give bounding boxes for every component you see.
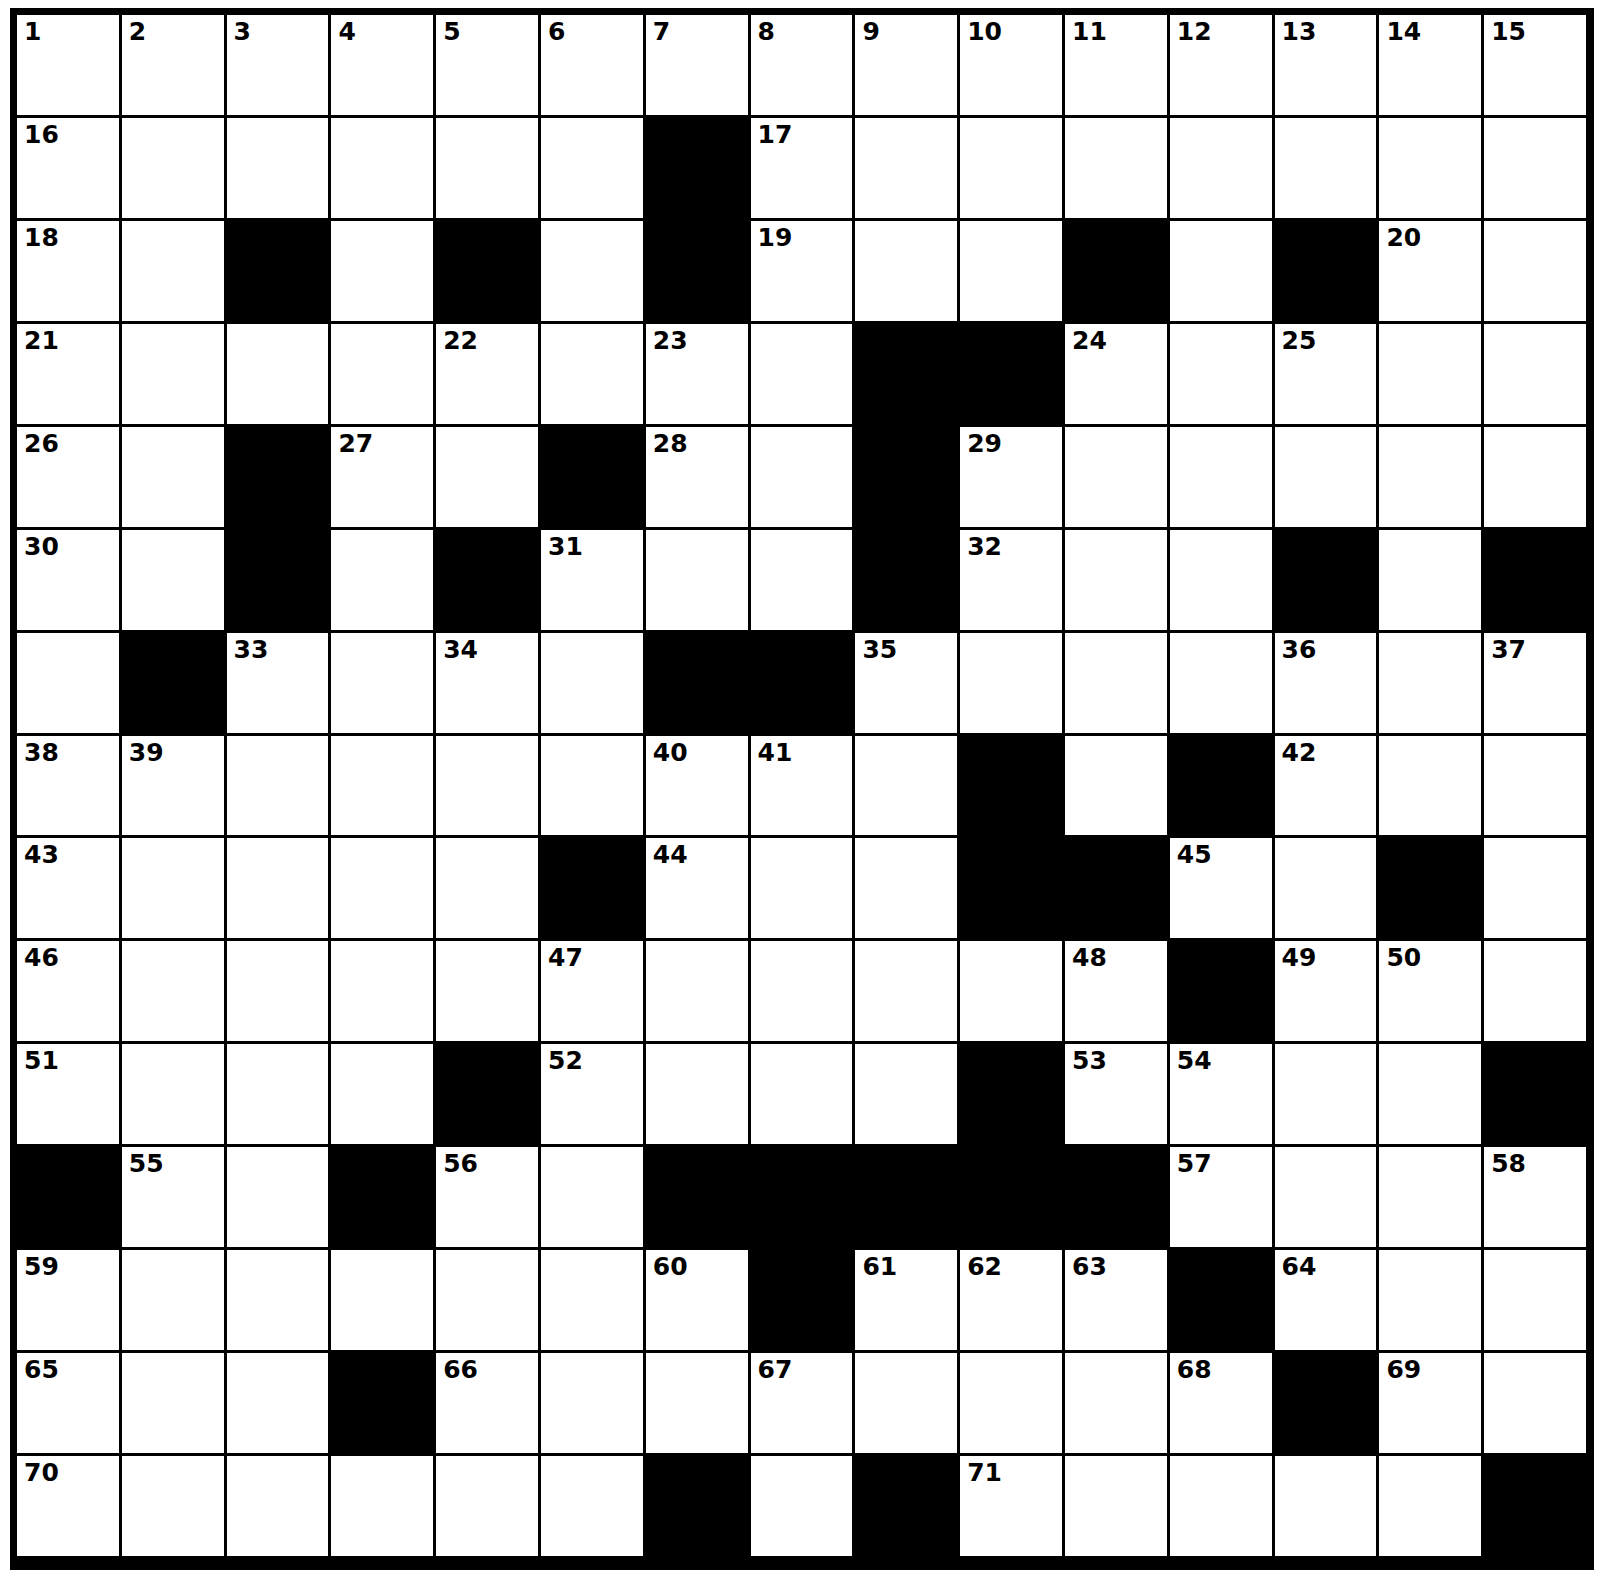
white-cell-r6c10[interactable]: 32 [960, 530, 1062, 630]
white-cell-r4c6[interactable] [541, 324, 643, 424]
white-cell-r14c6[interactable] [541, 1353, 643, 1453]
clue-number-14: 14 [1386, 19, 1421, 44]
white-cell-r11c13[interactable] [1275, 1044, 1377, 1144]
black-cell-r7c7 [646, 633, 748, 733]
white-cell-r6c4[interactable] [331, 530, 433, 630]
white-cell-r7c4[interactable] [331, 633, 433, 733]
clue-number-64: 64 [1282, 1254, 1317, 1279]
white-cell-r12c15[interactable]: 58 [1484, 1147, 1586, 1247]
white-cell-r10c5[interactable] [436, 941, 538, 1041]
white-cell-r7c14[interactable] [1379, 633, 1481, 733]
black-cell-r5c3 [227, 427, 329, 527]
white-cell-r9c4[interactable] [331, 838, 433, 938]
white-cell-r15c13[interactable] [1275, 1456, 1377, 1556]
clue-number-49: 49 [1282, 945, 1317, 970]
white-cell-r11c11[interactable]: 53 [1065, 1044, 1167, 1144]
white-cell-r8c7[interactable]: 40 [646, 736, 748, 836]
white-cell-r13c13[interactable]: 64 [1275, 1250, 1377, 1350]
clue-number-1: 1 [24, 19, 41, 44]
white-cell-r6c6[interactable]: 31 [541, 530, 643, 630]
white-cell-r14c1[interactable]: 65 [17, 1353, 119, 1453]
clue-number-3: 3 [234, 19, 251, 44]
clue-number-48: 48 [1072, 945, 1107, 970]
white-cell-r14c15[interactable] [1484, 1353, 1586, 1453]
white-cell-r7c13[interactable]: 36 [1275, 633, 1377, 733]
white-cell-r2c3[interactable] [227, 118, 329, 218]
white-cell-r11c4[interactable] [331, 1044, 433, 1144]
white-cell-r5c2[interactable] [122, 427, 224, 527]
white-cell-r7c9[interactable]: 35 [855, 633, 957, 733]
clue-number-34: 34 [443, 637, 478, 662]
white-cell-r11c12[interactable]: 54 [1170, 1044, 1272, 1144]
black-cell-r6c3 [227, 530, 329, 630]
white-cell-r2c14[interactable] [1379, 118, 1481, 218]
black-cell-r7c2 [122, 633, 224, 733]
black-cell-r9c6 [541, 838, 643, 938]
black-cell-r4c9 [855, 324, 957, 424]
white-cell-r13c6[interactable] [541, 1250, 643, 1350]
white-cell-r14c12[interactable]: 68 [1170, 1353, 1272, 1453]
white-cell-r2c2[interactable] [122, 118, 224, 218]
white-cell-r10c13[interactable]: 49 [1275, 941, 1377, 1041]
white-cell-r5c15[interactable] [1484, 427, 1586, 527]
clue-number-17: 17 [758, 122, 793, 147]
white-cell-r15c10[interactable]: 71 [960, 1456, 1062, 1556]
clue-number-42: 42 [1282, 740, 1317, 765]
white-cell-r5c10[interactable]: 29 [960, 427, 1062, 527]
white-cell-r4c3[interactable] [227, 324, 329, 424]
white-cell-r10c1[interactable]: 46 [17, 941, 119, 1041]
clue-number-22: 22 [443, 328, 478, 353]
clue-number-26: 26 [24, 431, 59, 456]
white-cell-r11c6[interactable]: 52 [541, 1044, 643, 1144]
white-cell-r5c4[interactable]: 27 [331, 427, 433, 527]
white-cell-r3c6[interactable] [541, 221, 643, 321]
white-cell-r4c1[interactable]: 21 [17, 324, 119, 424]
white-cell-r11c14[interactable] [1379, 1044, 1481, 1144]
clue-number-41: 41 [758, 740, 793, 765]
white-cell-r8c2[interactable]: 39 [122, 736, 224, 836]
clue-number-29: 29 [967, 431, 1002, 456]
white-cell-r1c1[interactable]: 1 [17, 15, 119, 115]
white-cell-r2c11[interactable] [1065, 118, 1167, 218]
black-cell-r11c5 [436, 1044, 538, 1144]
white-cell-r15c1[interactable]: 70 [17, 1456, 119, 1556]
black-cell-r12c11 [1065, 1147, 1167, 1247]
white-cell-r11c2[interactable] [122, 1044, 224, 1144]
black-cell-r15c15 [1484, 1456, 1586, 1556]
white-cell-r9c12[interactable]: 45 [1170, 838, 1272, 938]
clue-number-15: 15 [1491, 19, 1526, 44]
white-cell-r1c6[interactable]: 6 [541, 15, 643, 115]
clue-number-9: 9 [862, 19, 879, 44]
white-cell-r9c15[interactable] [1484, 838, 1586, 938]
white-cell-r11c9[interactable] [855, 1044, 957, 1144]
clue-number-31: 31 [548, 534, 583, 559]
clue-number-69: 69 [1386, 1357, 1421, 1382]
black-cell-r9c10 [960, 838, 1062, 938]
white-cell-r10c14[interactable]: 50 [1379, 941, 1481, 1041]
white-cell-r3c10[interactable] [960, 221, 1062, 321]
clue-number-36: 36 [1282, 637, 1317, 662]
white-cell-r3c15[interactable] [1484, 221, 1586, 321]
black-cell-r7c8 [751, 633, 853, 733]
clue-number-27: 27 [338, 431, 373, 456]
clue-number-50: 50 [1386, 945, 1421, 970]
clue-number-60: 60 [653, 1254, 688, 1279]
white-cell-r11c7[interactable] [646, 1044, 748, 1144]
white-cell-r13c15[interactable] [1484, 1250, 1586, 1350]
black-cell-r6c15 [1484, 530, 1586, 630]
white-cell-r9c3[interactable] [227, 838, 329, 938]
clue-number-6: 6 [548, 19, 565, 44]
white-cell-r15c5[interactable] [436, 1456, 538, 1556]
white-cell-r6c14[interactable] [1379, 530, 1481, 630]
white-cell-r14c11[interactable] [1065, 1353, 1167, 1453]
white-cell-r10c10[interactable] [960, 941, 1062, 1041]
white-cell-r7c11[interactable] [1065, 633, 1167, 733]
white-cell-r1c3[interactable]: 3 [227, 15, 329, 115]
white-cell-r2c8[interactable]: 17 [751, 118, 853, 218]
clue-number-12: 12 [1177, 19, 1212, 44]
clue-number-56: 56 [443, 1151, 478, 1176]
white-cell-r3c8[interactable]: 19 [751, 221, 853, 321]
white-cell-r12c13[interactable] [1275, 1147, 1377, 1247]
white-cell-r1c14[interactable]: 14 [1379, 15, 1481, 115]
white-cell-r7c6[interactable] [541, 633, 643, 733]
white-cell-r9c8[interactable] [751, 838, 853, 938]
white-cell-r2c12[interactable] [1170, 118, 1272, 218]
clue-number-45: 45 [1177, 842, 1212, 867]
black-cell-r10c12 [1170, 941, 1272, 1041]
clue-number-13: 13 [1282, 19, 1317, 44]
white-cell-r4c5[interactable]: 22 [436, 324, 538, 424]
white-cell-r9c9[interactable] [855, 838, 957, 938]
black-cell-r5c9 [855, 427, 957, 527]
white-cell-r7c10[interactable] [960, 633, 1062, 733]
clue-number-66: 66 [443, 1357, 478, 1382]
white-cell-r4c15[interactable] [1484, 324, 1586, 424]
white-cell-r9c7[interactable]: 44 [646, 838, 748, 938]
white-cell-r15c14[interactable] [1379, 1456, 1481, 1556]
black-cell-r12c8 [751, 1147, 853, 1247]
clue-number-23: 23 [653, 328, 688, 353]
white-cell-r7c15[interactable]: 37 [1484, 633, 1586, 733]
white-cell-r15c12[interactable] [1170, 1456, 1272, 1556]
black-cell-r4c10 [960, 324, 1062, 424]
white-cell-r7c1[interactable] [17, 633, 119, 733]
white-cell-r7c5[interactable]: 34 [436, 633, 538, 733]
white-cell-r5c1[interactable]: 26 [17, 427, 119, 527]
white-cell-r11c1[interactable]: 51 [17, 1044, 119, 1144]
white-cell-r1c7[interactable]: 7 [646, 15, 748, 115]
white-cell-r8c13[interactable]: 42 [1275, 736, 1377, 836]
crossword-page: 1234567891011121314151617181920212223242… [0, 0, 1600, 1576]
white-cell-r15c2[interactable] [122, 1456, 224, 1556]
white-cell-r15c6[interactable] [541, 1456, 643, 1556]
white-cell-r3c4[interactable] [331, 221, 433, 321]
clue-number-58: 58 [1491, 1151, 1526, 1176]
clue-number-28: 28 [653, 431, 688, 456]
white-cell-r3c9[interactable] [855, 221, 957, 321]
white-cell-r10c9[interactable] [855, 941, 957, 1041]
white-cell-r12c2[interactable]: 55 [122, 1147, 224, 1247]
black-cell-r3c7 [646, 221, 748, 321]
clue-number-24: 24 [1072, 328, 1107, 353]
white-cell-r9c1[interactable]: 43 [17, 838, 119, 938]
black-cell-r9c14 [1379, 838, 1481, 938]
black-cell-r12c7 [646, 1147, 748, 1247]
white-cell-r2c5[interactable] [436, 118, 538, 218]
clue-number-52: 52 [548, 1048, 583, 1073]
clue-number-11: 11 [1072, 19, 1107, 44]
white-cell-r13c4[interactable] [331, 1250, 433, 1350]
white-cell-r3c1[interactable]: 18 [17, 221, 119, 321]
clue-number-65: 65 [24, 1357, 59, 1382]
clue-number-63: 63 [1072, 1254, 1107, 1279]
white-cell-r12c6[interactable] [541, 1147, 643, 1247]
black-cell-r11c10 [960, 1044, 1062, 1144]
white-cell-r8c11[interactable] [1065, 736, 1167, 836]
white-cell-r13c7[interactable]: 60 [646, 1250, 748, 1350]
clue-number-38: 38 [24, 740, 59, 765]
black-cell-r13c12 [1170, 1250, 1272, 1350]
white-cell-r1c12[interactable]: 12 [1170, 15, 1272, 115]
white-cell-r14c8[interactable]: 67 [751, 1353, 853, 1453]
black-cell-r12c4 [331, 1147, 433, 1247]
white-cell-r4c12[interactable] [1170, 324, 1272, 424]
clue-number-68: 68 [1177, 1357, 1212, 1382]
white-cell-r10c7[interactable] [646, 941, 748, 1041]
clue-number-18: 18 [24, 225, 59, 250]
black-cell-r15c7 [646, 1456, 748, 1556]
black-cell-r3c5 [436, 221, 538, 321]
white-cell-r13c14[interactable] [1379, 1250, 1481, 1350]
clue-number-61: 61 [862, 1254, 897, 1279]
white-cell-r15c3[interactable] [227, 1456, 329, 1556]
white-cell-r8c1[interactable]: 38 [17, 736, 119, 836]
clue-number-57: 57 [1177, 1151, 1212, 1176]
white-cell-r13c3[interactable] [227, 1250, 329, 1350]
white-cell-r3c2[interactable] [122, 221, 224, 321]
black-cell-r15c9 [855, 1456, 957, 1556]
white-cell-r6c1[interactable]: 30 [17, 530, 119, 630]
white-cell-r9c2[interactable] [122, 838, 224, 938]
white-cell-r13c5[interactable] [436, 1250, 538, 1350]
black-cell-r6c13 [1275, 530, 1377, 630]
black-cell-r14c13 [1275, 1353, 1377, 1453]
white-cell-r10c6[interactable]: 47 [541, 941, 643, 1041]
white-cell-r4c7[interactable]: 23 [646, 324, 748, 424]
white-cell-r14c3[interactable] [227, 1353, 329, 1453]
clue-number-21: 21 [24, 328, 59, 353]
black-cell-r12c1 [17, 1147, 119, 1247]
white-cell-r8c9[interactable] [855, 736, 957, 836]
clue-number-10: 10 [967, 19, 1002, 44]
white-cell-r10c11[interactable]: 48 [1065, 941, 1167, 1041]
white-cell-r9c13[interactable] [1275, 838, 1377, 938]
white-cell-r10c2[interactable] [122, 941, 224, 1041]
white-cell-r12c3[interactable] [227, 1147, 329, 1247]
white-cell-r14c2[interactable] [122, 1353, 224, 1453]
white-cell-r1c2[interactable]: 2 [122, 15, 224, 115]
black-cell-r2c7 [646, 118, 748, 218]
white-cell-r7c3[interactable]: 33 [227, 633, 329, 733]
white-cell-r2c4[interactable] [331, 118, 433, 218]
white-cell-r12c5[interactable]: 56 [436, 1147, 538, 1247]
white-cell-r15c4[interactable] [331, 1456, 433, 1556]
white-cell-r8c6[interactable] [541, 736, 643, 836]
white-cell-r8c15[interactable] [1484, 736, 1586, 836]
white-cell-r4c13[interactable]: 25 [1275, 324, 1377, 424]
clue-number-20: 20 [1386, 225, 1421, 250]
black-cell-r3c11 [1065, 221, 1167, 321]
clue-number-51: 51 [24, 1048, 59, 1073]
black-cell-r13c8 [751, 1250, 853, 1350]
white-cell-r10c15[interactable] [1484, 941, 1586, 1041]
white-cell-r10c8[interactable] [751, 941, 853, 1041]
clue-number-16: 16 [24, 122, 59, 147]
clue-number-37: 37 [1491, 637, 1526, 662]
clue-number-7: 7 [653, 19, 670, 44]
white-cell-r4c14[interactable] [1379, 324, 1481, 424]
clue-number-40: 40 [653, 740, 688, 765]
white-cell-r7c12[interactable] [1170, 633, 1272, 733]
clue-number-35: 35 [862, 637, 897, 662]
white-cell-r5c8[interactable] [751, 427, 853, 527]
white-cell-r8c8[interactable]: 41 [751, 736, 853, 836]
white-cell-r4c4[interactable] [331, 324, 433, 424]
clue-number-25: 25 [1282, 328, 1317, 353]
clue-number-19: 19 [758, 225, 793, 250]
white-cell-r2c10[interactable] [960, 118, 1062, 218]
white-cell-r2c9[interactable] [855, 118, 957, 218]
crossword-grid: 1234567891011121314151617181920212223242… [10, 8, 1594, 1570]
black-cell-r3c3 [227, 221, 329, 321]
white-cell-r6c2[interactable] [122, 530, 224, 630]
black-cell-r12c10 [960, 1147, 1062, 1247]
white-cell-r5c7[interactable]: 28 [646, 427, 748, 527]
black-cell-r6c9 [855, 530, 957, 630]
white-cell-r1c10[interactable]: 10 [960, 15, 1062, 115]
black-cell-r14c4 [331, 1353, 433, 1453]
white-cell-r1c5[interactable]: 5 [436, 15, 538, 115]
clue-number-46: 46 [24, 945, 59, 970]
white-cell-r13c11[interactable]: 63 [1065, 1250, 1167, 1350]
white-cell-r3c14[interactable]: 20 [1379, 221, 1481, 321]
white-cell-r14c14[interactable]: 69 [1379, 1353, 1481, 1453]
white-cell-r13c9[interactable]: 61 [855, 1250, 957, 1350]
white-cell-r5c12[interactable] [1170, 427, 1272, 527]
white-cell-r8c14[interactable] [1379, 736, 1481, 836]
white-cell-r2c15[interactable] [1484, 118, 1586, 218]
clue-number-71: 71 [967, 1460, 1002, 1485]
white-cell-r1c4[interactable]: 4 [331, 15, 433, 115]
white-cell-r9c5[interactable] [436, 838, 538, 938]
white-cell-r1c15[interactable]: 15 [1484, 15, 1586, 115]
clue-number-62: 62 [967, 1254, 1002, 1279]
clue-number-8: 8 [758, 19, 775, 44]
white-cell-r1c9[interactable]: 9 [855, 15, 957, 115]
white-cell-r10c4[interactable] [331, 941, 433, 1041]
white-cell-r14c9[interactable] [855, 1353, 957, 1453]
white-cell-r2c1[interactable]: 16 [17, 118, 119, 218]
clue-number-5: 5 [443, 19, 460, 44]
white-cell-r15c11[interactable] [1065, 1456, 1167, 1556]
clue-number-67: 67 [758, 1357, 793, 1382]
white-cell-r2c6[interactable] [541, 118, 643, 218]
clue-number-4: 4 [338, 19, 355, 44]
black-cell-r8c10 [960, 736, 1062, 836]
black-cell-r5c6 [541, 427, 643, 527]
black-cell-r3c13 [1275, 221, 1377, 321]
white-cell-r4c11[interactable]: 24 [1065, 324, 1167, 424]
white-cell-r2c13[interactable] [1275, 118, 1377, 218]
white-cell-r4c8[interactable] [751, 324, 853, 424]
white-cell-r11c8[interactable] [751, 1044, 853, 1144]
white-cell-r15c8[interactable] [751, 1456, 853, 1556]
white-cell-r1c13[interactable]: 13 [1275, 15, 1377, 115]
white-cell-r6c8[interactable] [751, 530, 853, 630]
white-cell-r6c12[interactable] [1170, 530, 1272, 630]
white-cell-r3c12[interactable] [1170, 221, 1272, 321]
white-cell-r14c7[interactable] [646, 1353, 748, 1453]
black-cell-r11c15 [1484, 1044, 1586, 1144]
white-cell-r13c2[interactable] [122, 1250, 224, 1350]
clue-number-43: 43 [24, 842, 59, 867]
white-cell-r11c3[interactable] [227, 1044, 329, 1144]
clue-number-39: 39 [129, 740, 164, 765]
white-cell-r5c11[interactable] [1065, 427, 1167, 527]
white-cell-r8c3[interactable] [227, 736, 329, 836]
clue-number-55: 55 [129, 1151, 164, 1176]
white-cell-r12c14[interactable] [1379, 1147, 1481, 1247]
white-cell-r5c5[interactable] [436, 427, 538, 527]
white-cell-r4c2[interactable] [122, 324, 224, 424]
clue-number-53: 53 [1072, 1048, 1107, 1073]
white-cell-r10c3[interactable] [227, 941, 329, 1041]
white-cell-r6c11[interactable] [1065, 530, 1167, 630]
white-cell-r1c11[interactable]: 11 [1065, 15, 1167, 115]
white-cell-r8c5[interactable] [436, 736, 538, 836]
clue-number-54: 54 [1177, 1048, 1212, 1073]
white-cell-r14c5[interactable]: 66 [436, 1353, 538, 1453]
white-cell-r5c14[interactable] [1379, 427, 1481, 527]
white-cell-r1c8[interactable]: 8 [751, 15, 853, 115]
white-cell-r8c4[interactable] [331, 736, 433, 836]
black-cell-r6c5 [436, 530, 538, 630]
white-cell-r12c12[interactable]: 57 [1170, 1147, 1272, 1247]
clue-number-33: 33 [234, 637, 269, 662]
clue-number-30: 30 [24, 534, 59, 559]
clue-number-47: 47 [548, 945, 583, 970]
white-cell-r13c1[interactable]: 59 [17, 1250, 119, 1350]
white-cell-r6c7[interactable] [646, 530, 748, 630]
black-cell-r8c12 [1170, 736, 1272, 836]
clue-number-2: 2 [129, 19, 146, 44]
clue-number-59: 59 [24, 1254, 59, 1279]
clue-number-44: 44 [653, 842, 688, 867]
black-cell-r9c11 [1065, 838, 1167, 938]
white-cell-r13c10[interactable]: 62 [960, 1250, 1062, 1350]
white-cell-r5c13[interactable] [1275, 427, 1377, 527]
black-cell-r12c9 [855, 1147, 957, 1247]
clue-number-70: 70 [24, 1460, 59, 1485]
clue-number-32: 32 [967, 534, 1002, 559]
white-cell-r14c10[interactable] [960, 1353, 1062, 1453]
